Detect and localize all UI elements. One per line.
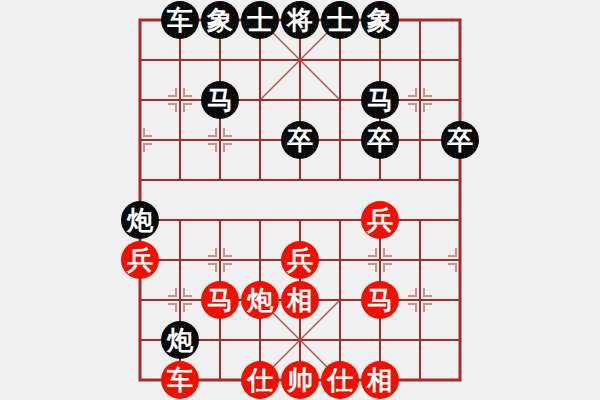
piece-black-elephant[interactable]: 象 [361, 1, 399, 39]
piece-black-soldier[interactable]: 卒 [361, 121, 399, 159]
piece-red-general[interactable]: 帅 [281, 361, 319, 399]
piece-black-advisor[interactable]: 士 [241, 1, 279, 39]
piece-red-advisor[interactable]: 仕 [321, 361, 359, 399]
piece-black-horse[interactable]: 马 [201, 81, 239, 119]
piece-red-chariot[interactable]: 车 [161, 361, 199, 399]
piece-red-cannon[interactable]: 炮 [241, 281, 279, 319]
piece-red-elephant[interactable]: 相 [361, 361, 399, 399]
piece-black-chariot[interactable]: 车 [161, 1, 199, 39]
piece-black-horse[interactable]: 马 [361, 81, 399, 119]
piece-red-soldier[interactable]: 兵 [281, 241, 319, 279]
piece-red-soldier[interactable]: 兵 [121, 241, 159, 279]
piece-red-advisor[interactable]: 仕 [241, 361, 279, 399]
piece-red-soldier[interactable]: 兵 [361, 201, 399, 239]
pieces-layer: 车象士将士象马马卒卒卒炮炮兵兵兵马炮相马车仕帅仕相 [0, 0, 600, 400]
piece-black-general[interactable]: 将 [281, 1, 319, 39]
piece-black-advisor[interactable]: 士 [321, 1, 359, 39]
piece-red-horse[interactable]: 马 [201, 281, 239, 319]
piece-black-cannon[interactable]: 炮 [121, 201, 159, 239]
piece-black-soldier[interactable]: 卒 [441, 121, 479, 159]
piece-black-cannon[interactable]: 炮 [161, 321, 199, 359]
piece-black-soldier[interactable]: 卒 [281, 121, 319, 159]
piece-red-elephant[interactable]: 相 [281, 281, 319, 319]
piece-black-elephant[interactable]: 象 [201, 1, 239, 39]
xiangqi-app: 车象士将士象马马卒卒卒炮炮兵兵兵马炮相马车仕帅仕相 [0, 0, 600, 400]
piece-red-horse[interactable]: 马 [361, 281, 399, 319]
